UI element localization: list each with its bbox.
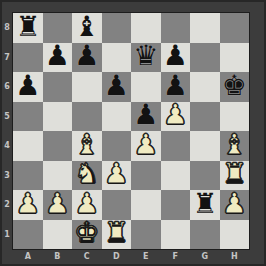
file-label-c: C	[72, 250, 102, 263]
square-b7[interactable]: ♟	[43, 43, 73, 73]
square-e5[interactable]: ♟	[131, 102, 161, 132]
black-pawn[interactable]: ♟	[133, 102, 158, 130]
square-e8[interactable]	[131, 13, 161, 43]
square-g7[interactable]	[190, 43, 220, 73]
black-pawn[interactable]: ♟	[45, 43, 70, 71]
black-rook[interactable]: ♜	[15, 13, 40, 41]
square-h6[interactable]: ♚	[220, 72, 250, 102]
square-c4[interactable]: ♝	[72, 131, 102, 161]
square-a5[interactable]	[13, 102, 43, 132]
file-label-a: A	[13, 250, 43, 263]
square-g8[interactable]	[190, 13, 220, 43]
square-f2[interactable]	[161, 190, 191, 220]
white-pawn[interactable]: ♟	[222, 190, 247, 218]
square-b8[interactable]	[43, 13, 73, 43]
black-pawn[interactable]: ♟	[104, 72, 129, 100]
rank-labels: 87654321	[2, 13, 12, 249]
square-a1[interactable]	[13, 220, 43, 250]
square-a6[interactable]: ♟	[13, 72, 43, 102]
square-d6[interactable]: ♟	[102, 72, 132, 102]
square-h3[interactable]: ♜	[220, 161, 250, 191]
square-d2[interactable]	[102, 190, 132, 220]
square-e7[interactable]: ♛	[131, 43, 161, 73]
rank-label-4: 4	[2, 131, 12, 161]
rank-label-1: 1	[2, 220, 12, 250]
black-pawn[interactable]: ♟	[163, 43, 188, 71]
square-f6[interactable]: ♟	[161, 72, 191, 102]
square-e4[interactable]: ♟	[131, 131, 161, 161]
square-f8[interactable]	[161, 13, 191, 43]
white-rook[interactable]: ♜	[222, 161, 247, 189]
square-d5[interactable]	[102, 102, 132, 132]
white-knight[interactable]: ♞	[74, 161, 99, 189]
square-d3[interactable]: ♟	[102, 161, 132, 191]
square-c2[interactable]: ♟	[72, 190, 102, 220]
square-b2[interactable]: ♟	[43, 190, 73, 220]
black-pawn[interactable]: ♟	[74, 43, 99, 71]
file-label-g: G	[190, 250, 220, 263]
white-pawn[interactable]: ♟	[74, 190, 99, 218]
square-g5[interactable]	[190, 102, 220, 132]
square-b1[interactable]	[43, 220, 73, 250]
rank-label-6: 6	[2, 72, 12, 102]
square-d7[interactable]	[102, 43, 132, 73]
white-pawn[interactable]: ♟	[45, 190, 70, 218]
square-a8[interactable]: ♜	[13, 13, 43, 43]
rank-label-5: 5	[2, 102, 12, 132]
file-label-b: B	[43, 250, 73, 263]
square-g4[interactable]	[190, 131, 220, 161]
square-f3[interactable]	[161, 161, 191, 191]
white-king[interactable]: ♚	[74, 220, 99, 248]
white-bishop[interactable]: ♝	[222, 131, 247, 159]
rank-label-8: 8	[2, 13, 12, 43]
black-pawn[interactable]: ♟	[163, 72, 188, 100]
square-f4[interactable]	[161, 131, 191, 161]
square-a4[interactable]	[13, 131, 43, 161]
rank-label-3: 3	[2, 161, 12, 191]
file-labels: ABCDEFGH	[13, 250, 249, 263]
square-f5[interactable]: ♟	[161, 102, 191, 132]
square-c8[interactable]: ♝	[72, 13, 102, 43]
square-c7[interactable]: ♟	[72, 43, 102, 73]
square-c1[interactable]: ♚	[72, 220, 102, 250]
white-pawn[interactable]: ♟	[133, 131, 158, 159]
black-queen[interactable]: ♛	[133, 43, 158, 71]
square-h7[interactable]	[220, 43, 250, 73]
square-h4[interactable]: ♝	[220, 131, 250, 161]
black-rook[interactable]: ♜	[192, 190, 217, 218]
square-c5[interactable]	[72, 102, 102, 132]
square-h8[interactable]	[220, 13, 250, 43]
square-a2[interactable]: ♟	[13, 190, 43, 220]
square-e6[interactable]	[131, 72, 161, 102]
square-h5[interactable]	[220, 102, 250, 132]
rank-label-7: 7	[2, 43, 12, 73]
black-king[interactable]: ♚	[222, 72, 247, 100]
white-pawn[interactable]: ♟	[163, 102, 188, 130]
file-label-e: E	[131, 250, 161, 263]
square-b6[interactable]	[43, 72, 73, 102]
square-e2[interactable]	[131, 190, 161, 220]
file-label-d: D	[102, 250, 132, 263]
square-b3[interactable]	[43, 161, 73, 191]
rank-label-2: 2	[2, 190, 12, 220]
square-g1[interactable]	[190, 220, 220, 250]
white-rook[interactable]: ♜	[104, 220, 129, 248]
black-bishop[interactable]: ♝	[74, 13, 99, 41]
white-pawn[interactable]: ♟	[104, 161, 129, 189]
square-d1[interactable]: ♜	[102, 220, 132, 250]
white-pawn[interactable]: ♟	[15, 190, 40, 218]
white-bishop[interactable]: ♝	[74, 131, 99, 159]
file-label-h: H	[220, 250, 250, 263]
square-d8[interactable]	[102, 13, 132, 43]
square-a7[interactable]	[13, 43, 43, 73]
file-label-f: F	[161, 250, 191, 263]
square-f1[interactable]	[161, 220, 191, 250]
square-c3[interactable]: ♞	[72, 161, 102, 191]
chess-board: ♜♝♟♟♛♟♟♟♟♚♟♟♝♟♝♞♟♜♟♟♟♜♟♚♜	[12, 12, 250, 250]
square-f7[interactable]: ♟	[161, 43, 191, 73]
square-b5[interactable]	[43, 102, 73, 132]
square-b4[interactable]	[43, 131, 73, 161]
square-d4[interactable]	[102, 131, 132, 161]
square-h1[interactable]	[220, 220, 250, 250]
square-e3[interactable]	[131, 161, 161, 191]
square-g2[interactable]: ♜	[190, 190, 220, 220]
square-a3[interactable]	[13, 161, 43, 191]
square-h2[interactable]: ♟	[220, 190, 250, 220]
black-pawn[interactable]: ♟	[15, 72, 40, 100]
square-e1[interactable]	[131, 220, 161, 250]
chess-diagram-frame: 87654321 ♜♝♟♟♛♟♟♟♟♚♟♟♝♟♝♞♟♜♟♟♟♜♟♚♜ ABCDE…	[0, 0, 266, 266]
square-g6[interactable]	[190, 72, 220, 102]
square-c6[interactable]	[72, 72, 102, 102]
square-g3[interactable]	[190, 161, 220, 191]
